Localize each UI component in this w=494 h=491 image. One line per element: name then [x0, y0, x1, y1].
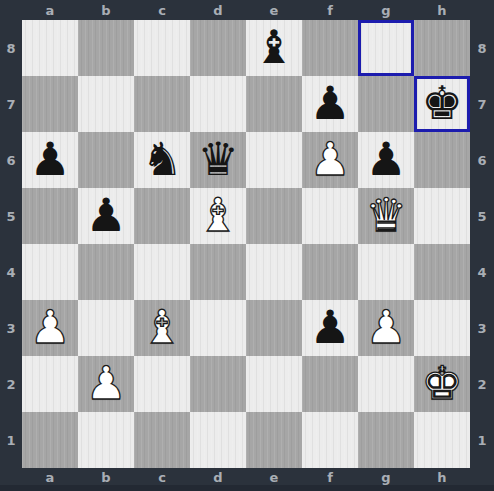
square-a7[interactable] — [22, 76, 78, 132]
rank-label-left-7: 7 — [0, 76, 22, 132]
file-label-top-c: c — [134, 0, 190, 20]
piece-white-pawn[interactable]: ♟ — [85, 360, 126, 406]
square-c6[interactable]: ♞ — [134, 132, 190, 188]
square-f2[interactable] — [302, 356, 358, 412]
piece-black-pawn[interactable]: ♟ — [29, 136, 70, 182]
square-a1[interactable] — [22, 412, 78, 468]
piece-white-pawn[interactable]: ♟ — [29, 304, 70, 350]
rank-label-left-3: 3 — [0, 300, 22, 356]
square-b6[interactable] — [78, 132, 134, 188]
square-b7[interactable] — [78, 76, 134, 132]
file-label-top-a: a — [22, 0, 78, 20]
square-d8[interactable] — [190, 20, 246, 76]
square-f4[interactable] — [302, 244, 358, 300]
square-d2[interactable] — [190, 356, 246, 412]
file-label-top-d: d — [190, 0, 246, 20]
file-label-bottom-e: e — [246, 468, 302, 486]
piece-black-pawn[interactable]: ♟ — [365, 136, 406, 182]
square-e3[interactable] — [246, 300, 302, 356]
square-f8[interactable] — [302, 20, 358, 76]
square-g1[interactable] — [358, 412, 414, 468]
square-c3[interactable]: ♝ — [134, 300, 190, 356]
rank-label-left-4: 4 — [0, 244, 22, 300]
file-label-bottom-c: c — [134, 468, 190, 486]
square-b4[interactable] — [78, 244, 134, 300]
piece-white-queen[interactable]: ♛ — [365, 192, 406, 238]
square-b3[interactable] — [78, 300, 134, 356]
rank-label-right-1: 1 — [470, 412, 494, 468]
square-d3[interactable] — [190, 300, 246, 356]
rank-label-left-2: 2 — [0, 356, 22, 412]
square-f6[interactable]: ♟ — [302, 132, 358, 188]
rank-label-right-3: 3 — [470, 300, 494, 356]
chess-board: ♝♟♚♟♞♛♟♟♟♝♛♟♝♟♟♟♚ — [22, 20, 470, 468]
piece-black-pawn[interactable]: ♟ — [85, 192, 126, 238]
square-g8[interactable] — [358, 20, 414, 76]
piece-white-bishop[interactable]: ♝ — [197, 192, 238, 238]
file-label-top-e: e — [246, 0, 302, 20]
square-g7[interactable] — [358, 76, 414, 132]
square-a5[interactable] — [22, 188, 78, 244]
square-h8[interactable] — [414, 20, 470, 76]
square-e7[interactable] — [246, 76, 302, 132]
rank-label-right-8: 8 — [470, 20, 494, 76]
rank-label-right-5: 5 — [470, 188, 494, 244]
square-c1[interactable] — [134, 412, 190, 468]
file-labels-top: abcdefgh — [22, 0, 470, 20]
piece-white-pawn[interactable]: ♟ — [365, 304, 406, 350]
piece-white-pawn[interactable]: ♟ — [309, 136, 350, 182]
file-labels-bottom: abcdefgh — [22, 468, 470, 486]
square-f1[interactable] — [302, 412, 358, 468]
piece-black-knight[interactable]: ♞ — [141, 136, 182, 182]
square-e8[interactable]: ♝ — [246, 20, 302, 76]
rank-label-right-6: 6 — [470, 132, 494, 188]
square-h7[interactable]: ♚ — [414, 76, 470, 132]
rank-labels-right: 87654321 — [470, 20, 494, 468]
square-f3[interactable]: ♟ — [302, 300, 358, 356]
square-g2[interactable] — [358, 356, 414, 412]
square-c2[interactable] — [134, 356, 190, 412]
piece-black-king[interactable]: ♚ — [421, 80, 462, 126]
square-f7[interactable]: ♟ — [302, 76, 358, 132]
file-label-bottom-g: g — [358, 468, 414, 486]
square-e5[interactable] — [246, 188, 302, 244]
rank-label-right-7: 7 — [470, 76, 494, 132]
piece-white-bishop[interactable]: ♝ — [141, 304, 182, 350]
rank-label-left-6: 6 — [0, 132, 22, 188]
square-a8[interactable] — [22, 20, 78, 76]
square-h1[interactable] — [414, 412, 470, 468]
rank-labels-left: 87654321 — [0, 20, 22, 468]
rank-label-left-8: 8 — [0, 20, 22, 76]
square-c7[interactable] — [134, 76, 190, 132]
square-g5[interactable]: ♛ — [358, 188, 414, 244]
square-e1[interactable] — [246, 412, 302, 468]
square-g6[interactable]: ♟ — [358, 132, 414, 188]
square-f5[interactable] — [302, 188, 358, 244]
rank-label-left-1: 1 — [0, 412, 22, 468]
file-label-top-b: b — [78, 0, 134, 20]
square-c5[interactable] — [134, 188, 190, 244]
square-b8[interactable] — [78, 20, 134, 76]
square-b2[interactable]: ♟ — [78, 356, 134, 412]
rank-label-left-5: 5 — [0, 188, 22, 244]
square-a4[interactable] — [22, 244, 78, 300]
chess-board-frame: abcdefgh 87654321 ♝♟♚♟♞♛♟♟♟♝♛♟♝♟♟♟♚ 8765… — [0, 0, 494, 491]
file-label-bottom-a: a — [22, 468, 78, 486]
square-d6[interactable]: ♛ — [190, 132, 246, 188]
square-h6[interactable] — [414, 132, 470, 188]
piece-white-king[interactable]: ♚ — [421, 360, 462, 406]
square-a6[interactable]: ♟ — [22, 132, 78, 188]
square-c4[interactable] — [134, 244, 190, 300]
square-e2[interactable] — [246, 356, 302, 412]
file-label-bottom-b: b — [78, 468, 134, 486]
file-label-top-h: h — [414, 0, 470, 20]
square-d1[interactable] — [190, 412, 246, 468]
square-g3[interactable]: ♟ — [358, 300, 414, 356]
rank-label-right-2: 2 — [470, 356, 494, 412]
square-a2[interactable] — [22, 356, 78, 412]
square-g4[interactable] — [358, 244, 414, 300]
square-h3[interactable] — [414, 300, 470, 356]
square-d7[interactable] — [190, 76, 246, 132]
square-d5[interactable]: ♝ — [190, 188, 246, 244]
square-h5[interactable] — [414, 188, 470, 244]
square-b1[interactable] — [78, 412, 134, 468]
file-label-top-f: f — [302, 0, 358, 20]
piece-black-pawn[interactable]: ♟ — [309, 80, 350, 126]
file-label-top-g: g — [358, 0, 414, 20]
square-d4[interactable] — [190, 244, 246, 300]
piece-black-pawn[interactable]: ♟ — [309, 304, 350, 350]
frame-bottom-edge — [0, 485, 494, 491]
piece-black-bishop[interactable]: ♝ — [253, 24, 294, 70]
file-label-bottom-f: f — [302, 468, 358, 486]
square-a3[interactable]: ♟ — [22, 300, 78, 356]
file-label-bottom-h: h — [414, 468, 470, 486]
rank-label-right-4: 4 — [470, 244, 494, 300]
square-h2[interactable]: ♚ — [414, 356, 470, 412]
square-e4[interactable] — [246, 244, 302, 300]
piece-black-queen[interactable]: ♛ — [197, 136, 238, 182]
square-c8[interactable] — [134, 20, 190, 76]
square-h4[interactable] — [414, 244, 470, 300]
square-e6[interactable] — [246, 132, 302, 188]
file-label-bottom-d: d — [190, 468, 246, 486]
square-b5[interactable]: ♟ — [78, 188, 134, 244]
